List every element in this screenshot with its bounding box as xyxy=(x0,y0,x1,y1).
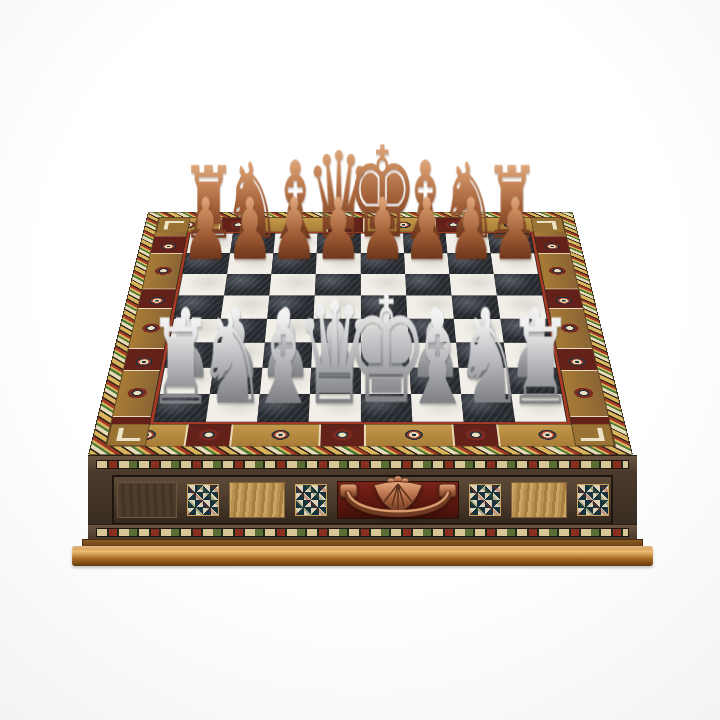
drawer-center-panel xyxy=(337,481,459,519)
square-a7[interactable]: ♟ xyxy=(183,253,230,274)
piece-black-pawn[interactable]: ♟ xyxy=(492,187,539,272)
inlay-dash-band xyxy=(96,460,629,469)
drawer-recess xyxy=(88,472,637,524)
square-h7[interactable]: ♟ xyxy=(491,253,538,274)
chess-set-photo: ♜♞♝♛♚♝♞♜♟♟♟♟♟♟♟♟♟♟♟♟♟♟♟♟♜♞♝♛♚♝♞♜ xyxy=(0,0,720,720)
piece-white-king[interactable]: ♚ xyxy=(345,276,428,426)
box-front xyxy=(88,455,637,566)
red-frame: ♜♞♝♛♚♝♞♜♟♟♟♟♟♟♟♟♟♟♟♟♟♟♟♟♜♞♝♛♚♝♞♜ xyxy=(150,232,571,424)
piece-black-pawn[interactable]: ♟ xyxy=(315,187,362,272)
drawer-oak-panel xyxy=(511,482,567,518)
board-3d-stage: ♜♞♝♛♚♝♞♜♟♟♟♟♟♟♟♟♟♟♟♟♟♟♟♟♜♞♝♛♚♝♞♜ xyxy=(0,0,720,720)
square-g7[interactable]: ♟ xyxy=(447,253,493,274)
square-b7[interactable]: ♟ xyxy=(227,253,273,274)
drawer-mosaic-tile xyxy=(295,484,327,516)
drawer-oak-panel xyxy=(229,482,285,518)
drawer-mosaic-tile xyxy=(187,484,219,516)
piece-black-pawn[interactable]: ♟ xyxy=(226,187,273,272)
drawer-wood-panel xyxy=(117,482,177,518)
drawer-mosaic-tile xyxy=(577,484,609,516)
top-edge-fascia xyxy=(88,455,637,472)
drawer-handle[interactable] xyxy=(334,476,462,526)
base-step xyxy=(82,539,643,546)
inlay-dash-band xyxy=(96,528,629,537)
piece-black-pawn[interactable]: ♟ xyxy=(182,187,229,272)
piece-black-pawn[interactable]: ♟ xyxy=(359,187,406,272)
piece-black-pawn[interactable]: ♟ xyxy=(403,187,450,272)
base-molding xyxy=(72,546,653,566)
piece-black-pawn[interactable]: ♟ xyxy=(270,187,317,272)
piece-black-pawn[interactable]: ♟ xyxy=(448,187,495,272)
chess-board: ♜♞♝♛♚♝♞♜♟♟♟♟♟♟♟♟♟♟♟♟♟♟♟♟♜♞♝♛♚♝♞♜ xyxy=(154,233,566,421)
drawer-front[interactable] xyxy=(112,475,613,525)
square-e1[interactable]: ♚ xyxy=(360,394,412,422)
drawer-mosaic-tile xyxy=(469,484,501,516)
lower-edge-fascia xyxy=(88,524,637,539)
board-top: ♜♞♝♛♚♝♞♜♟♟♟♟♟♟♟♟♟♟♟♟♟♟♟♟♜♞♝♛♚♝♞♜ xyxy=(88,212,633,455)
